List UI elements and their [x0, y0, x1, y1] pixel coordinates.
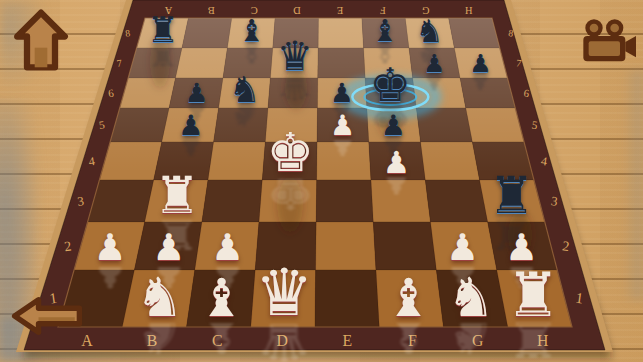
piece-white-pawn-c2[interactable]: ♟	[211, 230, 244, 267]
piece-white-queen-d1[interactable]: ♛	[255, 260, 313, 325]
piece-black-pawn-g7[interactable]: ♟	[423, 52, 445, 77]
piece-black-bishop-c8[interactable]: ♝	[238, 16, 265, 46]
piece-white-knight-b1[interactable]: ♞	[135, 271, 183, 325]
piece-black-rook-h3[interactable]: ♜	[489, 170, 535, 221]
piece-black-pawn-b5[interactable]: ♟	[178, 112, 203, 140]
piece-white-bishop-c1[interactable]: ♝	[198, 272, 245, 325]
piece-black-knight-g8[interactable]: ♞	[415, 16, 443, 47]
piece-white-pawn-f4[interactable]: ♟	[383, 148, 410, 178]
file-label-h-top: H	[464, 5, 472, 16]
piece-white-pawn-b2[interactable]: ♟	[152, 230, 185, 267]
back-arrow-icon	[10, 295, 84, 337]
piece-white-rook-b3[interactable]: ♜	[154, 170, 200, 221]
piece-black-king-f6[interactable]: ♚	[370, 62, 411, 108]
piece-black-pawn-e6[interactable]: ♟	[330, 80, 354, 106]
chess-app-screen: AABBCCDDEEFFGGHH8877665544332211 ♜♜♝♝♝♝♞…	[0, 0, 643, 362]
piece-white-pawn-a2[interactable]: ♟	[94, 230, 127, 267]
piece-black-knight-c6[interactable]: ♞	[229, 72, 261, 108]
piece-black-pawn-b6[interactable]: ♟	[185, 80, 209, 106]
file-label-e-top: E	[337, 5, 343, 16]
file-label-e-bottom: E	[343, 332, 353, 349]
file-label-b-top: B	[208, 5, 215, 16]
piece-black-pawn-h7[interactable]: ♟	[469, 52, 491, 77]
piece-white-knight-g1[interactable]: ♞	[447, 271, 495, 325]
piece-black-rook-a8[interactable]: ♜	[147, 12, 179, 47]
piece-black-bishop-f8[interactable]: ♝	[371, 16, 398, 46]
piece-white-king-d4[interactable]: ♚	[267, 127, 315, 180]
piece-white-pawn-g2[interactable]: ♟	[446, 230, 479, 267]
piece-white-rook-h1[interactable]: ♜	[506, 264, 561, 325]
home-icon	[13, 6, 69, 74]
camera-button[interactable]	[578, 12, 638, 72]
home-button[interactable]	[13, 6, 69, 74]
piece-white-bishop-f1[interactable]: ♝	[385, 272, 432, 325]
video-camera-icon	[578, 12, 638, 72]
piece-white-pawn-e5[interactable]: ♟	[330, 112, 355, 140]
piece-black-pawn-f5[interactable]: ♟	[381, 112, 406, 140]
piece-black-queen-d7[interactable]: ♛	[277, 37, 313, 77]
back-button[interactable]	[10, 295, 84, 337]
file-label-d-top: D	[293, 5, 301, 16]
